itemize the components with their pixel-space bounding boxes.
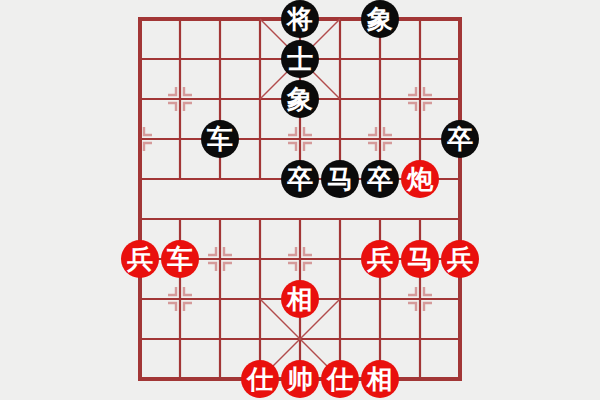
piece-grid: 将象士象车卒卒马卒炮兵车兵马兵相仕帅仕相: [120, 0, 480, 399]
piece-red-general[interactable]: 帅: [281, 360, 319, 398]
piece-red-elephant[interactable]: 相: [281, 280, 319, 318]
piece-black-advisor[interactable]: 士: [281, 40, 319, 78]
piece-red-advisor[interactable]: 仕: [241, 360, 279, 398]
piece-black-soldier[interactable]: 卒: [361, 160, 399, 198]
piece-red-soldier[interactable]: 兵: [441, 240, 479, 278]
piece-black-elephant[interactable]: 象: [361, 0, 399, 38]
piece-black-general[interactable]: 将: [281, 0, 319, 38]
piece-black-soldier[interactable]: 卒: [441, 120, 479, 158]
piece-red-horse[interactable]: 马: [401, 240, 439, 278]
piece-red-elephant[interactable]: 相: [361, 360, 399, 398]
piece-red-cannon[interactable]: 炮: [401, 160, 439, 198]
piece-red-soldier[interactable]: 兵: [121, 240, 159, 278]
piece-black-soldier[interactable]: 卒: [281, 160, 319, 198]
xiangqi-diagram: 将象士象车卒卒马卒炮兵车兵马兵相仕帅仕相: [0, 0, 600, 400]
piece-red-soldier[interactable]: 兵: [361, 240, 399, 278]
piece-black-chariot[interactable]: 车: [201, 120, 239, 158]
piece-black-elephant[interactable]: 象: [281, 80, 319, 118]
piece-black-horse[interactable]: 马: [321, 160, 359, 198]
piece-red-advisor[interactable]: 仕: [321, 360, 359, 398]
piece-red-chariot[interactable]: 车: [161, 240, 199, 278]
